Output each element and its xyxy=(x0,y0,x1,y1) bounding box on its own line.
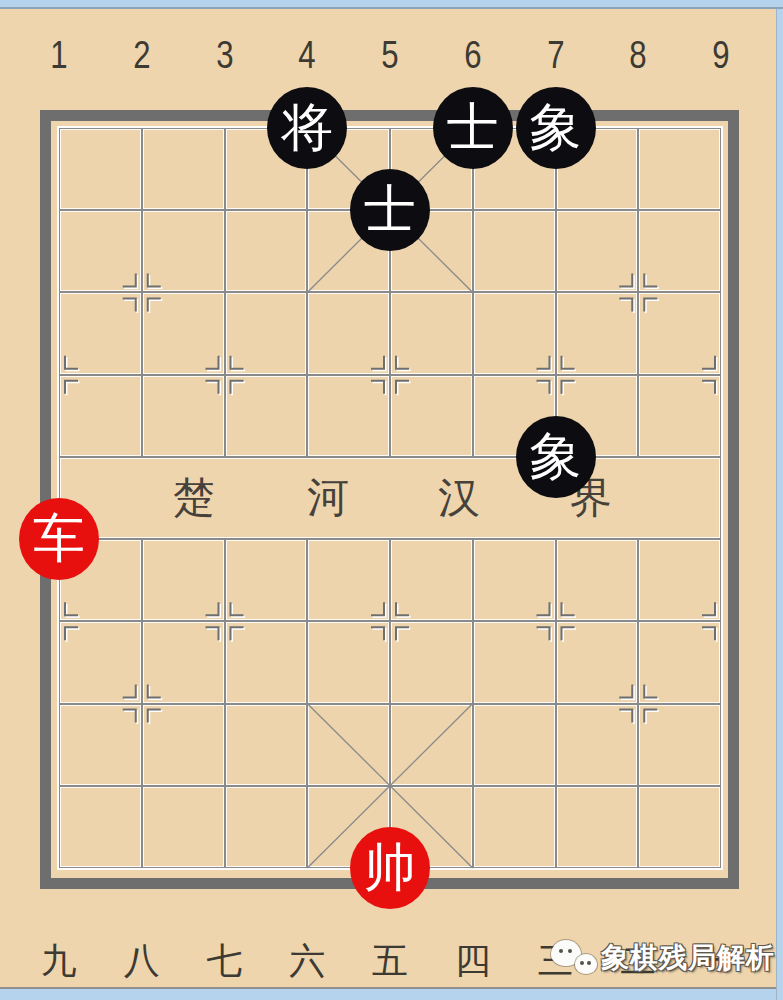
river-char-2: 河 xyxy=(307,470,349,526)
board-cell xyxy=(390,621,473,703)
board-cell xyxy=(225,375,308,457)
board-cell xyxy=(638,128,721,210)
file-label-top-1: 1 xyxy=(50,34,67,77)
board-cell xyxy=(556,539,639,621)
board-cell xyxy=(142,292,225,374)
piece-black-advisor[interactable]: 士 xyxy=(433,87,513,169)
board-cell xyxy=(638,210,721,292)
board-cell xyxy=(473,704,556,786)
board-cell xyxy=(142,375,225,457)
board-cell xyxy=(142,786,225,868)
river: 楚河汉界 xyxy=(59,457,721,539)
piece-red-chariot[interactable]: 车 xyxy=(19,498,99,580)
file-label-bottom-9: 九 xyxy=(41,937,77,986)
piece-red-general[interactable]: 帅 xyxy=(350,827,430,909)
file-label-bottom-8: 八 xyxy=(124,937,160,986)
right-border-strip xyxy=(776,9,783,1000)
board-cell xyxy=(225,210,308,292)
board-cell xyxy=(473,539,556,621)
file-label-top-5: 5 xyxy=(381,34,398,77)
board-cell xyxy=(638,539,721,621)
board-cell xyxy=(473,292,556,374)
board-cell xyxy=(307,621,390,703)
board-cell xyxy=(390,292,473,374)
board-cell xyxy=(59,704,142,786)
file-label-top-3: 3 xyxy=(216,34,233,77)
board-cell xyxy=(59,210,142,292)
piece-black-general[interactable]: 将 xyxy=(267,87,347,169)
board-cell xyxy=(59,786,142,868)
file-label-bottom-7: 七 xyxy=(207,937,243,986)
piece-black-advisor[interactable]: 士 xyxy=(350,169,430,251)
xiangqi-diagram-page: { "game": "xiangqi", "position": { "fen"… xyxy=(0,0,783,1000)
file-label-bottom-5: 五 xyxy=(372,937,408,986)
river-char-1: 楚 xyxy=(173,470,215,526)
watermark: 象棋残局解析 xyxy=(549,934,775,982)
piece-black-elephant[interactable]: 象 xyxy=(516,416,596,498)
river-char-3: 汉 xyxy=(438,470,480,526)
board-cell xyxy=(142,704,225,786)
file-label-bottom-6: 六 xyxy=(289,937,325,986)
board-cell xyxy=(473,786,556,868)
board-cell xyxy=(59,292,142,374)
file-label-top-7: 7 xyxy=(547,34,564,77)
board-cell xyxy=(307,704,390,786)
file-label-top-6: 6 xyxy=(464,34,481,77)
board-cell xyxy=(556,621,639,703)
file-label-top-9: 9 xyxy=(712,34,729,77)
board-cell xyxy=(638,786,721,868)
board-cell xyxy=(473,621,556,703)
board-cell xyxy=(225,292,308,374)
board-cell xyxy=(638,621,721,703)
board-cell xyxy=(59,128,142,210)
file-label-top-8: 8 xyxy=(630,34,647,77)
board-cell xyxy=(556,704,639,786)
board-cell xyxy=(390,539,473,621)
board-cell xyxy=(307,539,390,621)
board-cell xyxy=(307,292,390,374)
board-cell xyxy=(556,786,639,868)
board-cell xyxy=(225,621,308,703)
piece-black-elephant[interactable]: 象 xyxy=(516,87,596,169)
file-label-top-2: 2 xyxy=(133,34,150,77)
board-cell xyxy=(307,375,390,457)
board-cell xyxy=(225,539,308,621)
board-cell xyxy=(59,621,142,703)
bottom-border-strip xyxy=(0,987,783,1000)
board-cell xyxy=(638,375,721,457)
file-label-bottom-4: 四 xyxy=(455,937,491,986)
board-cell xyxy=(142,210,225,292)
board-cell xyxy=(59,375,142,457)
top-border-strip xyxy=(0,0,783,9)
board-cell xyxy=(390,704,473,786)
wechat-icon xyxy=(549,936,601,980)
file-label-top-4: 4 xyxy=(299,34,316,77)
board-cell xyxy=(638,292,721,374)
watermark-text: 象棋残局解析 xyxy=(601,939,775,977)
board-cell xyxy=(638,704,721,786)
board-cell xyxy=(473,210,556,292)
board-cell xyxy=(556,292,639,374)
board-cell xyxy=(390,375,473,457)
board-cell xyxy=(225,786,308,868)
board-cell xyxy=(142,539,225,621)
board-cell xyxy=(556,210,639,292)
board-cell xyxy=(142,621,225,703)
chat-bubble-small xyxy=(575,954,597,974)
board-cell xyxy=(142,128,225,210)
board-cell xyxy=(225,704,308,786)
